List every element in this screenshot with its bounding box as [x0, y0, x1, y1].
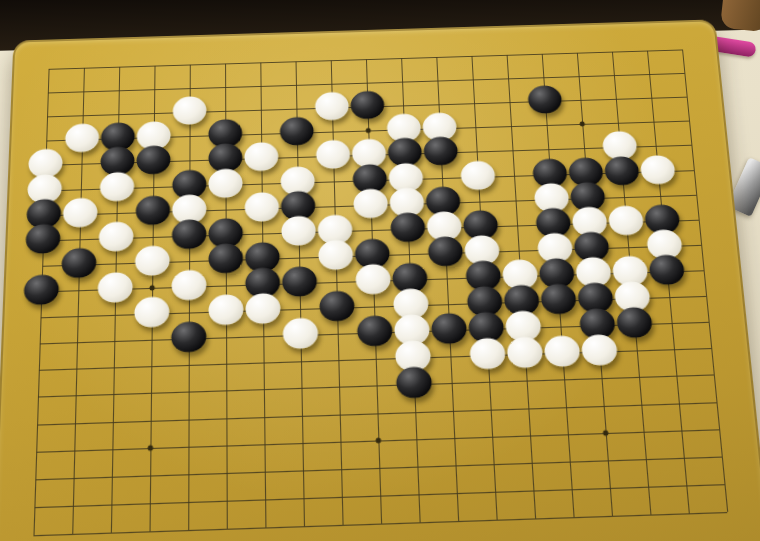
- stone-white: [544, 336, 581, 368]
- stone-black: [25, 224, 60, 254]
- stone-black: [282, 266, 317, 297]
- stone-black: [423, 137, 458, 166]
- stone-white: [506, 337, 543, 369]
- stone-black: [208, 243, 243, 274]
- stone-black: [527, 85, 562, 114]
- grid-line-vertical-19: [682, 49, 728, 512]
- stone-black: [540, 284, 577, 315]
- star-point: [580, 122, 585, 127]
- stone-black: [648, 255, 685, 286]
- stone-white: [318, 240, 353, 271]
- stone-black: [23, 274, 59, 305]
- stone-white: [244, 142, 278, 172]
- stone-white: [65, 124, 99, 153]
- stone-white: [469, 338, 506, 370]
- stone-black: [136, 146, 170, 176]
- stone-black: [172, 219, 207, 249]
- stone-black: [61, 248, 96, 279]
- stone-white: [283, 318, 319, 350]
- stone-white: [460, 160, 495, 190]
- stone-black: [171, 321, 206, 353]
- stone-black: [428, 236, 464, 267]
- stone-white: [353, 188, 388, 218]
- stone-white: [245, 192, 280, 222]
- stone-black: [396, 367, 433, 399]
- stone-white: [134, 297, 169, 328]
- stone-white: [99, 221, 134, 251]
- stone-white: [173, 96, 207, 125]
- stone-white: [208, 294, 243, 325]
- stone-white: [640, 155, 676, 185]
- star-point: [148, 445, 153, 451]
- stone-black: [280, 117, 314, 146]
- stone-black: [319, 291, 355, 322]
- stone-black: [350, 91, 384, 120]
- stone-white: [355, 264, 391, 295]
- stone-white: [315, 92, 349, 121]
- stone-white: [98, 272, 133, 303]
- star-point: [366, 128, 371, 133]
- stone-white: [135, 245, 170, 276]
- stone-white: [316, 140, 351, 169]
- stone-black: [604, 156, 640, 186]
- stone-black: [357, 316, 393, 348]
- star-point: [376, 437, 382, 443]
- stone-black: [136, 195, 171, 225]
- stone-white: [245, 293, 280, 324]
- stone-white: [172, 270, 207, 301]
- stone-black: [431, 313, 467, 345]
- star-point: [603, 430, 609, 436]
- star-point: [149, 285, 154, 291]
- stone-black: [616, 307, 653, 339]
- stone-white: [281, 215, 316, 245]
- board-grid: [33, 49, 727, 535]
- page-root: { "game": "go", "board": { "size": 19, "…: [0, 0, 760, 541]
- stone-white: [63, 197, 98, 227]
- stone-white: [581, 335, 618, 367]
- stone-white: [208, 168, 242, 198]
- stone-white: [100, 171, 135, 201]
- go-board: [0, 19, 760, 541]
- stone-black: [390, 212, 425, 242]
- stone-white: [608, 205, 645, 235]
